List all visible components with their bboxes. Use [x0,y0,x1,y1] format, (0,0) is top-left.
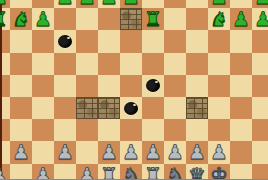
board-cell-r6c10[interactable] [208,119,230,141]
board-cell-r3c2[interactable] [32,53,54,75]
gray-pawn: ♟ [78,165,96,179]
board-cell-r8c4[interactable]: ♟ [76,164,98,180]
board-cell-r8c8[interactable]: ♞ [164,164,186,180]
board-cell-r2c5[interactable] [98,30,120,52]
hole-square [146,79,160,92]
board-cell-r3c1[interactable] [10,53,32,75]
board-cell-r7c10[interactable]: ♟ [208,141,230,163]
board-cell-r0c4[interactable]: ♟ [76,0,98,8]
board-cell-r1c5[interactable] [98,8,120,30]
board-cell-r4c1[interactable] [10,75,32,97]
board-cell-r3c7[interactable] [142,53,164,75]
board-cell-r5c5[interactable] [98,97,120,119]
board-cell-r7c6[interactable]: ♟ [120,141,142,163]
board-cell-r6c12[interactable] [252,119,268,141]
board-cell-r5c7[interactable] [142,97,164,119]
gray-pawn: ♟ [122,142,140,162]
gray-pawn: ♟ [100,142,118,162]
board-cell-r7c1[interactable]: ♟ [10,141,32,163]
hole-square [124,102,138,115]
board-cell-r8c9[interactable]: ♛ [186,164,208,180]
board-cell-r4c12[interactable] [252,75,268,97]
board-cell-r1c3[interactable] [54,8,76,30]
gray-knight: ♞ [166,165,184,179]
board-cell-r5c12[interactable] [252,97,268,119]
board-cell-r2c7[interactable] [142,30,164,52]
board-cell-r3c12[interactable] [252,53,268,75]
board-cell-r6c7[interactable] [142,119,164,141]
gray-rook: ♜ [144,165,162,179]
board-cell-r7c2[interactable] [32,141,54,163]
board-cell-r1c8[interactable] [164,8,186,30]
board-cell-r1c12[interactable]: ♟ [252,8,268,30]
board-cell-r4c5[interactable] [98,75,120,97]
gray-pawn: ♟ [56,142,74,162]
board-cell-r3c5[interactable] [98,53,120,75]
gray-pawn: ♟ [12,142,30,162]
brick-wall-square [186,97,208,119]
board-cell-r2c6[interactable] [120,30,142,52]
green-pawn: ♟ [0,0,8,7]
board-cell-r7c5[interactable]: ♟ [98,141,120,163]
brick-wall-square [120,8,142,30]
gray-pawn: ♟ [210,142,228,162]
board-cell-r5c2[interactable] [32,97,54,119]
gray-king: ♚ [210,165,228,179]
brick-wall-square [98,97,120,119]
board-cell-r3c10[interactable] [208,53,230,75]
gray-pawn: ♟ [188,142,206,162]
board-cell-r2c2[interactable] [32,30,54,52]
green-pawn: ♟ [122,0,140,7]
board-cell-r1c10[interactable]: ♞ [208,8,230,30]
gray-pawn: ♟ [0,165,8,179]
green-pawn: ♟ [210,0,228,7]
board-cell-r5c9[interactable] [186,97,208,119]
board-cell-r1c11[interactable]: ♟ [230,8,252,30]
gray-queen: ♛ [188,165,206,179]
board-cell-r8c10[interactable]: ♚ [208,164,230,180]
green-knight: ♞ [12,9,30,29]
board-cell-r1c1[interactable]: ♞ [10,8,32,30]
board-cell-r6c5[interactable] [98,119,120,141]
gray-rook: ♜ [100,165,118,179]
board-cell-r4c7[interactable] [142,75,164,97]
hole-square [58,35,72,48]
board-cell-r0c6[interactable]: ♟ [120,0,142,8]
board-cell-r0c9[interactable] [186,0,208,8]
green-rook: ♜ [0,9,8,29]
green-pawn: ♟ [254,0,268,7]
green-pawn: ♟ [34,9,52,29]
board-cell-r7c4[interactable] [76,141,98,163]
board-cell-r8c3[interactable] [54,164,76,180]
board-cell-r0c5[interactable]: ♟ [98,0,120,8]
board-cell-r1c7[interactable]: ♜ [142,8,164,30]
board-cell-r7c7[interactable]: ♟ [142,141,164,163]
green-pawn: ♟ [232,9,250,29]
board-cell-r4c8[interactable] [164,75,186,97]
board-cell-r6c4[interactable] [76,119,98,141]
board-cell-r4c10[interactable] [208,75,230,97]
board-cell-r5c10[interactable] [208,97,230,119]
board-cell-r6c9[interactable] [186,119,208,141]
board-cell-r4c4[interactable] [76,75,98,97]
board-cell-r5c1[interactable] [10,97,32,119]
board-cell-r2c12[interactable] [252,30,268,52]
board-cell-r5c6[interactable] [120,97,142,119]
board-cell-r7c11[interactable] [230,141,252,163]
gray-pawn: ♟ [34,165,52,179]
board-cell-r2c9[interactable] [186,30,208,52]
board-cell-r2c1[interactable] [10,30,32,52]
board-cell-r1c6[interactable] [120,8,142,30]
green-knight: ♞ [210,9,228,29]
board-cell-r4c3[interactable] [54,75,76,97]
board-cell-r8c6[interactable]: ♞ [120,164,142,180]
board-cell-r4c2[interactable] [32,75,54,97]
gray-pawn: ♟ [144,142,162,162]
board-cell-r2c10[interactable] [208,30,230,52]
board-cell-r6c8[interactable] [164,119,186,141]
board-cell-r6c2[interactable] [32,119,54,141]
board-cell-r3c8[interactable] [164,53,186,75]
game-viewport: ♟♟♟♟♟♟♟♜♞♟♜♞♟♟♟♟♟♟♟♟♟♟♟♟♟♜♞♜♞♛♚ [0,0,268,179]
board-cell-r3c6[interactable] [120,53,142,75]
game-board: ♟♟♟♟♟♟♟♜♞♟♜♞♟♟♟♟♟♟♟♟♟♟♟♟♟♜♞♜♞♛♚ [0,0,268,179]
board-cell-r7c3[interactable]: ♟ [54,141,76,163]
board-cell-r1c4[interactable] [76,8,98,30]
board-cell-r5c11[interactable] [230,97,252,119]
board-cell-r6c1[interactable] [10,119,32,141]
board-cell-r3c11[interactable] [230,53,252,75]
green-pawn: ♟ [78,0,96,7]
gray-knight: ♞ [122,165,140,179]
board-cell-r4c11[interactable] [230,75,252,97]
board-cell-r1c0[interactable]: ♜ [0,8,10,30]
board-cell-r5c3[interactable] [54,97,76,119]
board-cell-r0c8[interactable] [164,0,186,8]
board-cell-r5c8[interactable] [164,97,186,119]
board-cell-r3c3[interactable] [54,53,76,75]
board-cell-r2c11[interactable] [230,30,252,52]
board-cell-r4c9[interactable] [186,75,208,97]
board-cell-r6c6[interactable] [120,119,142,141]
board-cell-r2c8[interactable] [164,30,186,52]
board-cell-r7c12[interactable] [252,141,268,163]
brick-wall-square [76,97,98,119]
board-cell-r6c3[interactable] [54,119,76,141]
board-cell-r3c9[interactable] [186,53,208,75]
board-cell-r2c4[interactable] [76,30,98,52]
board-cell-r8c11[interactable] [230,164,252,180]
board-cell-r8c1[interactable] [10,164,32,180]
board-cell-r2c3[interactable] [54,30,76,52]
board-cell-r7c9[interactable]: ♟ [186,141,208,163]
green-rook: ♜ [144,9,162,29]
board-cell-r8c12[interactable] [252,164,268,180]
green-pawn: ♟ [254,9,268,29]
board-cell-r8c2[interactable]: ♟ [32,164,54,180]
green-pawn: ♟ [56,0,74,7]
gray-pawn: ♟ [166,142,184,162]
board-cell-r8c0[interactable]: ♟ [0,164,10,180]
board-cell-r4c6[interactable] [120,75,142,97]
board-cell-r7c8[interactable]: ♟ [164,141,186,163]
green-pawn: ♟ [100,0,118,7]
board-cell-r3c4[interactable] [76,53,98,75]
board-cell-r6c11[interactable] [230,119,252,141]
board-cell-r8c5[interactable]: ♜ [98,164,120,180]
board-cell-r5c4[interactable] [76,97,98,119]
board-cell-r1c9[interactable] [186,8,208,30]
board-cell-r0c3[interactable]: ♟ [54,0,76,8]
board-cell-r1c2[interactable]: ♟ [32,8,54,30]
board-cell-r8c7[interactable]: ♜ [142,164,164,180]
